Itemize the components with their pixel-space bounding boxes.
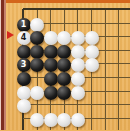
white-stone	[57, 113, 71, 127]
white-stone	[71, 58, 85, 72]
go-app-window: 143	[0, 0, 130, 130]
white-stone	[17, 86, 31, 100]
black-stone	[30, 58, 44, 72]
white-stone	[71, 45, 85, 59]
move-number-label: 1	[21, 17, 27, 31]
white-stone	[57, 31, 71, 45]
black-stone	[44, 45, 58, 59]
window-left-frame	[0, 0, 6, 130]
grid-vline	[118, 9, 119, 130]
black-stone	[44, 58, 58, 72]
white-stone	[30, 113, 44, 127]
black-stone	[17, 45, 31, 59]
grid-hline	[23, 104, 130, 105]
white-stone	[85, 31, 99, 45]
white-stone	[17, 99, 31, 113]
white-stone	[71, 86, 85, 100]
go-board[interactable]: 143	[6, 3, 130, 131]
white-stone	[30, 18, 44, 32]
black-stone	[57, 45, 71, 59]
black-stone	[57, 72, 71, 86]
black-stone	[44, 86, 58, 100]
white-stone	[71, 31, 85, 45]
white-stone	[44, 31, 58, 45]
red-triangle-marker	[7, 31, 14, 39]
white-stone	[30, 86, 44, 100]
black-stone	[57, 58, 71, 72]
move-number-label: 3	[21, 58, 27, 72]
white-stone	[85, 45, 99, 59]
black-stone	[44, 72, 58, 86]
white-stone	[71, 113, 85, 127]
grid-vline	[105, 9, 106, 130]
black-stone: 1	[17, 18, 31, 32]
window-top-frame	[6, 0, 130, 3]
black-stone: 3	[17, 58, 31, 72]
black-stone	[57, 86, 71, 100]
move-number-label: 4	[21, 31, 27, 45]
white-stone: 4	[17, 31, 31, 45]
grid-hline	[23, 8, 130, 10]
black-stone	[30, 31, 44, 45]
black-stone	[17, 72, 31, 86]
black-stone	[30, 45, 44, 59]
white-stone	[44, 113, 58, 127]
white-stone	[85, 58, 99, 72]
white-stone	[71, 72, 85, 86]
